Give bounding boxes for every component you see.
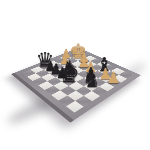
scene: ♚♟♟♟♟♟♟♟♝♟♞♞♛♟♟♟♚: [0, 0, 150, 150]
piece-black-knight[interactable]: ♞: [71, 70, 112, 91]
